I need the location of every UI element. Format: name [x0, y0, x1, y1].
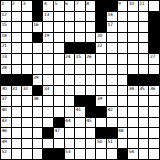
- crossword-cell[interactable]: [54, 65, 64, 75]
- crossword-cell[interactable]: [107, 33, 117, 43]
- crossword-cell[interactable]: [139, 118, 149, 128]
- crossword-cell[interactable]: 15: [1, 22, 11, 32]
- crossword-cell[interactable]: [149, 65, 159, 75]
- crossword-cell[interactable]: 2: [12, 1, 22, 11]
- crossword-cell[interactable]: [43, 43, 53, 53]
- clue-number: 9: [118, 1, 121, 6]
- crossword-cell[interactable]: [65, 12, 75, 22]
- clue-number: 38: [33, 96, 38, 101]
- crossword-cell[interactable]: [75, 118, 85, 128]
- clue-number: 5: [55, 1, 58, 6]
- crossword-cell[interactable]: 44: [65, 118, 75, 128]
- black-cell: [75, 96, 85, 106]
- crossword-cell[interactable]: [128, 65, 138, 75]
- black-cell: [33, 12, 43, 22]
- crossword-cell[interactable]: [96, 118, 106, 128]
- crossword-cell[interactable]: [33, 54, 43, 64]
- crossword-cell[interactable]: 19: [43, 33, 53, 43]
- crossword-cell[interactable]: [139, 139, 149, 149]
- crossword-cell[interactable]: 10: [128, 1, 138, 11]
- clue-number: 15: [2, 22, 7, 27]
- crossword-cell[interactable]: [118, 96, 128, 106]
- crossword-cell[interactable]: [128, 22, 138, 32]
- crossword-cell[interactable]: 36: [149, 86, 159, 96]
- clue-number: 25: [76, 54, 81, 59]
- crossword-cell[interactable]: [65, 86, 75, 96]
- crossword-cell[interactable]: 7: [75, 1, 85, 11]
- crossword-cell[interactable]: 26: [86, 54, 96, 64]
- crossword-cell[interactable]: 45: [86, 118, 96, 128]
- black-cell: [86, 107, 96, 117]
- crossword-cell[interactable]: [22, 149, 32, 159]
- clue-number: 18: [2, 33, 7, 38]
- black-cell: [43, 128, 53, 138]
- crossword-cell[interactable]: 34: [128, 86, 138, 96]
- black-cell: [128, 75, 138, 85]
- crossword-cell[interactable]: [118, 118, 128, 128]
- crossword-cell[interactable]: [139, 107, 149, 117]
- crossword-cell[interactable]: [22, 43, 32, 53]
- crossword-puzzle: 1234567891011121314151617181920212223242…: [0, 0, 160, 160]
- crossword-cell[interactable]: 35: [139, 86, 149, 96]
- crossword-cell[interactable]: 4: [43, 1, 53, 11]
- crossword-cell[interactable]: 25: [75, 54, 85, 64]
- crossword-cell[interactable]: [149, 1, 159, 11]
- black-cell: [22, 75, 32, 85]
- crossword-cell[interactable]: [107, 149, 117, 159]
- crossword-cell[interactable]: [107, 96, 117, 106]
- clue-number: 29: [33, 75, 38, 80]
- crossword-cell[interactable]: [12, 54, 22, 64]
- crossword-cell[interactable]: 43: [1, 118, 11, 128]
- crossword-cell[interactable]: [139, 33, 149, 43]
- crossword-cell[interactable]: [75, 65, 85, 75]
- crossword-cell[interactable]: [149, 118, 159, 128]
- clue-number: 53: [65, 149, 70, 154]
- crossword-cell[interactable]: [75, 86, 85, 96]
- clue-number: 1: [2, 1, 5, 6]
- crossword-cell[interactable]: [149, 139, 159, 149]
- crossword-cell[interactable]: 42: [107, 107, 117, 117]
- clue-number: 31: [12, 86, 17, 91]
- crossword-cell[interactable]: [75, 149, 85, 159]
- crossword-cell[interactable]: 6: [65, 1, 75, 11]
- crossword-cell[interactable]: [139, 12, 149, 22]
- crossword-cell[interactable]: 41: [75, 107, 85, 117]
- crossword-cell[interactable]: [149, 149, 159, 159]
- crossword-cell[interactable]: 20: [96, 33, 106, 43]
- clue-number: 4: [44, 1, 47, 6]
- crossword-cell[interactable]: 5: [54, 1, 64, 11]
- crossword-cell[interactable]: [12, 118, 22, 128]
- clue-number: 12: [2, 12, 7, 17]
- clue-number: 21: [2, 43, 7, 48]
- black-cell: [43, 149, 53, 159]
- crossword-cell[interactable]: 37: [1, 96, 11, 106]
- black-cell: [139, 75, 149, 85]
- clue-number: 11: [139, 1, 144, 6]
- crossword-cell[interactable]: 16: [33, 22, 43, 32]
- crossword-cell[interactable]: [128, 96, 138, 106]
- crossword-cell[interactable]: [43, 118, 53, 128]
- crossword-cell[interactable]: [96, 75, 106, 85]
- clue-number: 52: [2, 149, 7, 154]
- black-cell: [1, 75, 11, 85]
- crossword-cell[interactable]: [149, 128, 159, 138]
- black-cell: [12, 75, 22, 85]
- clue-number: 48: [118, 128, 123, 133]
- crossword-cell[interactable]: [107, 86, 117, 96]
- crossword-cell[interactable]: [65, 139, 75, 149]
- crossword-cell[interactable]: [118, 75, 128, 85]
- crossword-cell[interactable]: 13: [43, 12, 53, 22]
- black-cell: [107, 1, 117, 11]
- crossword-cell[interactable]: [12, 22, 22, 32]
- crossword-cell[interactable]: 12: [1, 12, 11, 22]
- crossword-cell[interactable]: [22, 22, 32, 32]
- clue-number: 14: [108, 12, 113, 17]
- crossword-cell[interactable]: 24: [65, 54, 75, 64]
- clue-number: 49: [2, 139, 7, 144]
- crossword-cell[interactable]: [33, 128, 43, 138]
- crossword-cell[interactable]: [54, 107, 64, 117]
- crossword-cell[interactable]: [75, 33, 85, 43]
- crossword-cell[interactable]: [86, 65, 96, 75]
- black-cell: [33, 86, 43, 96]
- crossword-cell[interactable]: [22, 139, 32, 149]
- crossword-cell[interactable]: [33, 65, 43, 75]
- clue-number: 41: [76, 107, 81, 112]
- crossword-cell[interactable]: 30: [1, 86, 11, 96]
- crossword-cell[interactable]: 33: [43, 86, 53, 96]
- crossword-cell[interactable]: [12, 65, 22, 75]
- clue-number: 40: [2, 107, 7, 112]
- crossword-cell[interactable]: [43, 65, 53, 75]
- crossword-cell[interactable]: [43, 22, 53, 32]
- clue-number: 43: [2, 118, 7, 123]
- crossword-cell[interactable]: 48: [118, 128, 128, 138]
- crossword-cell[interactable]: [86, 86, 96, 96]
- clue-number: 17: [108, 22, 113, 27]
- crossword-cell[interactable]: [139, 96, 149, 106]
- clue-number: 8: [86, 1, 89, 6]
- crossword-cell[interactable]: [54, 54, 64, 64]
- crossword-cell[interactable]: [12, 107, 22, 117]
- crossword-cell[interactable]: 21: [1, 43, 11, 53]
- crossword-cell[interactable]: [128, 139, 138, 149]
- clue-number: 50: [97, 139, 102, 144]
- crossword-cell[interactable]: [128, 107, 138, 117]
- crossword-cell[interactable]: [107, 43, 117, 53]
- crossword-cell[interactable]: [107, 54, 117, 64]
- crossword-cell[interactable]: [43, 107, 53, 117]
- crossword-cell[interactable]: [107, 118, 117, 128]
- black-cell: [118, 149, 128, 159]
- black-cell: [54, 118, 64, 128]
- clue-number: 6: [65, 1, 68, 6]
- crossword-cell[interactable]: [96, 65, 106, 75]
- crossword-cell[interactable]: [54, 33, 64, 43]
- clue-number: 37: [2, 96, 7, 101]
- black-cell: [149, 33, 159, 43]
- crossword-cell[interactable]: [43, 139, 53, 149]
- clue-number: 13: [44, 12, 49, 17]
- clue-number: 7: [76, 1, 79, 6]
- clue-number: 19: [44, 33, 49, 38]
- crossword-cell[interactable]: [22, 107, 32, 117]
- crossword-cell[interactable]: [86, 149, 96, 159]
- clue-number: 30: [2, 86, 7, 91]
- crossword-cell[interactable]: [75, 139, 85, 149]
- crossword-cell[interactable]: [107, 65, 117, 75]
- crossword-cell[interactable]: [118, 86, 128, 96]
- crossword-cell[interactable]: 51: [107, 139, 117, 149]
- clue-number: 22: [97, 43, 102, 48]
- black-cell: [96, 1, 106, 11]
- black-cell: [149, 43, 159, 53]
- crossword-cell[interactable]: 52: [1, 149, 11, 159]
- clue-number: 51: [108, 139, 113, 144]
- crossword-cell[interactable]: [149, 96, 159, 106]
- clue-number: 26: [86, 54, 91, 59]
- crossword-cell[interactable]: [22, 128, 32, 138]
- crossword-cell[interactable]: 1: [1, 1, 11, 11]
- crossword-cell[interactable]: [118, 12, 128, 22]
- clue-number: 27: [150, 54, 155, 59]
- crossword-cell[interactable]: 32: [22, 86, 32, 96]
- crossword-cell[interactable]: [86, 139, 96, 149]
- crossword-cell[interactable]: [12, 43, 22, 53]
- clue-number: 24: [65, 54, 70, 59]
- crossword-cell[interactable]: [139, 128, 149, 138]
- crossword-cell[interactable]: [118, 43, 128, 53]
- clue-number: 3: [23, 1, 26, 6]
- clue-number: 45: [86, 118, 91, 123]
- crossword-cell[interactable]: 3: [22, 1, 32, 11]
- black-cell: [96, 128, 106, 138]
- crossword-cell[interactable]: [65, 22, 75, 32]
- crossword-cell[interactable]: [65, 107, 75, 117]
- crossword-cell[interactable]: [86, 33, 96, 43]
- crossword-cell[interactable]: [107, 75, 117, 85]
- clue-number: 33: [44, 86, 49, 91]
- crossword-cell[interactable]: [54, 43, 64, 53]
- black-cell: [96, 107, 106, 117]
- crossword-cell[interactable]: [65, 96, 75, 106]
- crossword-cell[interactable]: [65, 128, 75, 138]
- black-cell: [149, 75, 159, 85]
- crossword-cell[interactable]: 46: [1, 128, 11, 138]
- clue-number: 34: [129, 86, 134, 91]
- black-cell: [75, 43, 85, 53]
- clue-number: 10: [129, 1, 134, 6]
- clue-number: 44: [65, 118, 70, 123]
- crossword-cell[interactable]: [33, 139, 43, 149]
- black-cell: [149, 12, 159, 22]
- crossword-cell[interactable]: [12, 96, 22, 106]
- crossword-cell[interactable]: [75, 128, 85, 138]
- crossword-cell[interactable]: 22: [96, 43, 106, 53]
- crossword-cell[interactable]: [86, 22, 96, 32]
- crossword-cell[interactable]: [43, 96, 53, 106]
- crossword-cell[interactable]: [33, 107, 43, 117]
- crossword-cell[interactable]: [12, 149, 22, 159]
- black-cell: [96, 22, 106, 32]
- crossword-cell[interactable]: [118, 65, 128, 75]
- crossword-cell[interactable]: [128, 118, 138, 128]
- black-cell: [107, 128, 117, 138]
- crossword-cell[interactable]: 38: [33, 96, 43, 106]
- clue-number: 2: [12, 1, 15, 6]
- crossword-cell[interactable]: 47: [54, 128, 64, 138]
- crossword-cell[interactable]: [54, 22, 64, 32]
- crossword-cell[interactable]: [54, 86, 64, 96]
- crossword-cell[interactable]: 40: [1, 107, 11, 117]
- black-cell: [86, 96, 96, 106]
- crossword-cell[interactable]: [54, 12, 64, 22]
- crossword-cell[interactable]: [139, 54, 149, 64]
- black-cell: [33, 1, 43, 11]
- crossword-cell[interactable]: [96, 54, 106, 64]
- crossword-cell[interactable]: [54, 96, 64, 106]
- crossword-cell[interactable]: [22, 33, 32, 43]
- crossword-cell[interactable]: 27: [149, 54, 159, 64]
- crossword-cell[interactable]: 14: [107, 12, 117, 22]
- black-cell: [86, 43, 96, 53]
- crossword-cell[interactable]: [139, 65, 149, 75]
- crossword-cell[interactable]: 29: [33, 75, 43, 85]
- crossword-cell[interactable]: 49: [1, 139, 11, 149]
- crossword-cell[interactable]: [75, 75, 85, 85]
- crossword-cell[interactable]: 53: [65, 149, 75, 159]
- crossword-cell[interactable]: [12, 33, 22, 43]
- crossword-cell[interactable]: [128, 12, 138, 22]
- crossword-cell[interactable]: 28: [1, 65, 11, 75]
- clue-number: 47: [55, 128, 60, 133]
- clue-number: 32: [23, 86, 28, 91]
- crossword-cell[interactable]: [12, 12, 22, 22]
- clue-number: 42: [108, 107, 113, 112]
- crossword-cell[interactable]: [86, 75, 96, 85]
- black-cell: [149, 22, 159, 32]
- crossword-cell[interactable]: [139, 149, 149, 159]
- crossword-cell[interactable]: [118, 107, 128, 117]
- crossword-cell[interactable]: [75, 12, 85, 22]
- clue-number: 35: [139, 86, 144, 91]
- crossword-cell[interactable]: [118, 22, 128, 32]
- crossword-cell[interactable]: 18: [1, 33, 11, 43]
- crossword-cell[interactable]: [118, 33, 128, 43]
- crossword-cell[interactable]: 23: [1, 54, 11, 64]
- crossword-cell[interactable]: [22, 65, 32, 75]
- crossword-cell[interactable]: [33, 43, 43, 53]
- crossword-cell[interactable]: [149, 107, 159, 117]
- clue-number: 36: [150, 86, 155, 91]
- black-cell: [65, 43, 75, 53]
- crossword-cell[interactable]: [33, 118, 43, 128]
- crossword-cell[interactable]: [86, 128, 96, 138]
- crossword-cell[interactable]: 54: [128, 149, 138, 159]
- crossword-cell[interactable]: 50: [96, 139, 106, 149]
- crossword-cell[interactable]: [22, 12, 32, 22]
- clue-number: 54: [129, 149, 134, 154]
- crossword-cell[interactable]: [128, 54, 138, 64]
- crossword-cell[interactable]: [118, 54, 128, 64]
- crossword-cell[interactable]: [96, 86, 106, 96]
- crossword-cell[interactable]: 8: [86, 1, 96, 11]
- crossword-cell[interactable]: [128, 33, 138, 43]
- crossword-cell[interactable]: [43, 54, 53, 64]
- crossword-cell[interactable]: [86, 12, 96, 22]
- black-cell: [96, 12, 106, 22]
- crossword-cell[interactable]: 17: [107, 22, 117, 32]
- crossword-cell[interactable]: [12, 128, 22, 138]
- black-cell: [33, 33, 43, 43]
- crossword-cell[interactable]: [139, 22, 149, 32]
- clue-number: 23: [2, 54, 7, 59]
- clue-number: 46: [2, 128, 7, 133]
- crossword-cell[interactable]: [139, 43, 149, 53]
- crossword-cell[interactable]: [118, 139, 128, 149]
- crossword-cell[interactable]: [43, 75, 53, 85]
- crossword-cell[interactable]: [22, 54, 32, 64]
- clue-number: 28: [2, 65, 7, 70]
- crossword-cell[interactable]: 39: [96, 96, 106, 106]
- crossword-cell[interactable]: 11: [139, 1, 149, 11]
- crossword-cell[interactable]: [33, 149, 43, 159]
- crossword-cell[interactable]: [75, 22, 85, 32]
- crossword-cell[interactable]: [22, 118, 32, 128]
- crossword-cell[interactable]: [54, 139, 64, 149]
- crossword-cell[interactable]: [22, 96, 32, 106]
- clue-number: 20: [97, 33, 102, 38]
- crossword-cell[interactable]: [65, 75, 75, 85]
- crossword-cell[interactable]: [65, 33, 75, 43]
- crossword-cell[interactable]: 31: [12, 86, 22, 96]
- crossword-cell[interactable]: 9: [118, 1, 128, 11]
- clue-number: 39: [97, 96, 102, 101]
- black-cell: [54, 149, 64, 159]
- crossword-cell[interactable]: [96, 149, 106, 159]
- clue-number: 16: [33, 22, 38, 27]
- crossword-cell[interactable]: [128, 128, 138, 138]
- crossword-cell[interactable]: [12, 139, 22, 149]
- crossword-cell[interactable]: [54, 75, 64, 85]
- crossword-grid: 1234567891011121314151617181920212223242…: [0, 0, 160, 160]
- crossword-cell[interactable]: [65, 65, 75, 75]
- crossword-cell[interactable]: [128, 43, 138, 53]
